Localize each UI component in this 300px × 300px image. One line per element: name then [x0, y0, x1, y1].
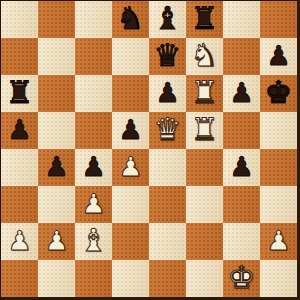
- square-h8[interactable]: [260, 1, 297, 38]
- square-b4[interactable]: ♟: [38, 149, 75, 186]
- square-g8[interactable]: [223, 1, 260, 38]
- black-queen[interactable]: ♛: [154, 40, 182, 71]
- square-e8[interactable]: ♝: [149, 1, 186, 38]
- square-h6[interactable]: ♚: [260, 75, 297, 112]
- square-a3[interactable]: [1, 186, 38, 223]
- square-f3[interactable]: [186, 186, 223, 223]
- square-b1[interactable]: [38, 260, 75, 297]
- square-g1[interactable]: ♚: [223, 260, 260, 297]
- chess-board: ♞♝♜♛♞♟♜♟♜♟♚♟♟♛♜♟♟♟♟♟♟♟♝♟♚: [1, 1, 300, 300]
- white-bishop[interactable]: ♝: [80, 225, 108, 256]
- square-c4[interactable]: ♟: [75, 149, 112, 186]
- black-pawn[interactable]: ♟: [118, 116, 142, 143]
- black-king[interactable]: ♚: [265, 77, 293, 108]
- chess-board-frame: ♞♝♜♛♞♟♜♟♜♟♚♟♟♛♜♟♟♟♟♟♟♟♝♟♚: [0, 0, 300, 300]
- square-h1[interactable]: [260, 260, 297, 297]
- white-rook[interactable]: ♜: [191, 114, 219, 145]
- square-c6[interactable]: [75, 75, 112, 112]
- square-b3[interactable]: [38, 186, 75, 223]
- square-c7[interactable]: [75, 38, 112, 75]
- square-f5[interactable]: ♜: [186, 112, 223, 149]
- square-f1[interactable]: [186, 260, 223, 297]
- square-g7[interactable]: [223, 38, 260, 75]
- square-d8[interactable]: ♞: [112, 1, 149, 38]
- square-h7[interactable]: ♟: [260, 38, 297, 75]
- white-pawn[interactable]: ♟: [81, 190, 105, 217]
- white-pawn[interactable]: ♟: [118, 153, 142, 180]
- square-e7[interactable]: ♛: [149, 38, 186, 75]
- black-pawn[interactable]: ♟: [155, 79, 179, 106]
- black-pawn[interactable]: ♟: [229, 79, 253, 106]
- black-knight[interactable]: ♞: [117, 3, 145, 34]
- square-g6[interactable]: ♟: [223, 75, 260, 112]
- square-f4[interactable]: [186, 149, 223, 186]
- square-a1[interactable]: [1, 260, 38, 297]
- square-e4[interactable]: [149, 149, 186, 186]
- square-a5[interactable]: ♟: [1, 112, 38, 149]
- white-king[interactable]: ♚: [228, 262, 256, 293]
- square-a2[interactable]: ♟: [1, 223, 38, 260]
- square-g5[interactable]: [223, 112, 260, 149]
- square-c5[interactable]: [75, 112, 112, 149]
- square-b8[interactable]: [38, 1, 75, 38]
- white-knight[interactable]: ♞: [191, 40, 219, 71]
- white-pawn[interactable]: ♟: [44, 227, 68, 254]
- square-d5[interactable]: ♟: [112, 112, 149, 149]
- square-c1[interactable]: [75, 260, 112, 297]
- square-c8[interactable]: [75, 1, 112, 38]
- black-pawn[interactable]: ♟: [266, 42, 290, 69]
- black-rook[interactable]: ♜: [191, 3, 219, 34]
- square-e2[interactable]: [149, 223, 186, 260]
- square-d3[interactable]: [112, 186, 149, 223]
- square-d2[interactable]: [112, 223, 149, 260]
- black-bishop[interactable]: ♝: [154, 3, 182, 34]
- square-a4[interactable]: [1, 149, 38, 186]
- square-g3[interactable]: [223, 186, 260, 223]
- black-pawn[interactable]: ♟: [229, 153, 253, 180]
- white-pawn[interactable]: ♟: [7, 227, 31, 254]
- white-pawn[interactable]: ♟: [266, 227, 290, 254]
- black-rook[interactable]: ♜: [6, 77, 34, 108]
- square-a7[interactable]: [1, 38, 38, 75]
- square-d7[interactable]: [112, 38, 149, 75]
- white-rook[interactable]: ♜: [191, 77, 219, 108]
- square-g4[interactable]: ♟: [223, 149, 260, 186]
- square-c3[interactable]: ♟: [75, 186, 112, 223]
- square-f7[interactable]: ♞: [186, 38, 223, 75]
- square-d6[interactable]: [112, 75, 149, 112]
- square-e5[interactable]: ♛: [149, 112, 186, 149]
- white-queen[interactable]: ♛: [154, 114, 182, 145]
- square-c2[interactable]: ♝: [75, 223, 112, 260]
- square-h5[interactable]: [260, 112, 297, 149]
- square-b2[interactable]: ♟: [38, 223, 75, 260]
- square-b5[interactable]: [38, 112, 75, 149]
- square-a6[interactable]: ♜: [1, 75, 38, 112]
- square-g2[interactable]: [223, 223, 260, 260]
- square-h4[interactable]: [260, 149, 297, 186]
- square-f8[interactable]: ♜: [186, 1, 223, 38]
- square-e6[interactable]: ♟: [149, 75, 186, 112]
- square-d4[interactable]: ♟: [112, 149, 149, 186]
- black-pawn[interactable]: ♟: [81, 153, 105, 180]
- square-d1[interactable]: [112, 260, 149, 297]
- square-h2[interactable]: ♟: [260, 223, 297, 260]
- square-f2[interactable]: [186, 223, 223, 260]
- square-e1[interactable]: [149, 260, 186, 297]
- square-b6[interactable]: [38, 75, 75, 112]
- square-e3[interactable]: [149, 186, 186, 223]
- black-pawn[interactable]: ♟: [44, 153, 68, 180]
- square-b7[interactable]: [38, 38, 75, 75]
- square-a8[interactable]: [1, 1, 38, 38]
- black-pawn[interactable]: ♟: [7, 116, 31, 143]
- square-h3[interactable]: [260, 186, 297, 223]
- square-f6[interactable]: ♜: [186, 75, 223, 112]
